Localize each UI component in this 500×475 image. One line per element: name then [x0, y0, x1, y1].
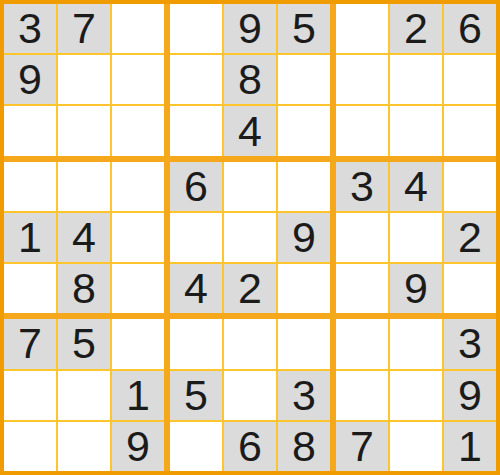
cell-r6c7[interactable] — [336, 264, 388, 313]
cell-r7c5[interactable] — [224, 319, 276, 368]
cell-r7c8[interactable] — [390, 319, 442, 368]
cell-r2c3[interactable] — [112, 55, 164, 104]
cell-r3c7[interactable] — [336, 106, 388, 155]
cell-r7c7[interactable] — [336, 319, 388, 368]
cell-r3c2[interactable] — [58, 106, 110, 155]
cell-r1c2[interactable]: 7 — [58, 4, 110, 53]
cell-r4c1[interactable] — [4, 162, 56, 211]
cell-r2c9[interactable] — [444, 55, 496, 104]
cell-r8c7[interactable] — [336, 371, 388, 420]
cell-r2c6[interactable] — [278, 55, 330, 104]
cell-r5c2[interactable]: 4 — [58, 213, 110, 262]
cell-r3c9[interactable] — [444, 106, 496, 155]
cell-r3c4[interactable] — [170, 106, 222, 155]
cell-r4c7[interactable]: 3 — [336, 162, 388, 211]
cell-r5c4[interactable] — [170, 213, 222, 262]
cell-r6c3[interactable] — [112, 264, 164, 313]
cell-r5c6[interactable]: 9 — [278, 213, 330, 262]
cell-r8c2[interactable] — [58, 371, 110, 420]
cell-r1c6[interactable]: 5 — [278, 4, 330, 53]
cell-r8c1[interactable] — [4, 371, 56, 420]
sudoku-box-1: 379 — [4, 4, 164, 156]
cell-r1c1[interactable]: 3 — [4, 4, 56, 53]
cell-r9c6[interactable]: 8 — [278, 422, 330, 471]
cell-r7c9[interactable]: 3 — [444, 319, 496, 368]
cell-r5c8[interactable] — [390, 213, 442, 262]
cell-r4c9[interactable] — [444, 162, 496, 211]
cell-r1c9[interactable]: 6 — [444, 4, 496, 53]
cell-r9c5[interactable]: 6 — [224, 422, 276, 471]
cell-r7c1[interactable]: 7 — [4, 319, 56, 368]
sudoku-box-6: 3429 — [336, 162, 496, 314]
cell-r9c3[interactable]: 9 — [112, 422, 164, 471]
cell-r1c5[interactable]: 9 — [224, 4, 276, 53]
cell-r6c5[interactable]: 2 — [224, 264, 276, 313]
cell-r9c1[interactable] — [4, 422, 56, 471]
cell-r6c2[interactable]: 8 — [58, 264, 110, 313]
sudoku-box-2: 9584 — [170, 4, 330, 156]
cell-r2c1[interactable]: 9 — [4, 55, 56, 104]
cell-r8c9[interactable]: 9 — [444, 371, 496, 420]
cell-r7c4[interactable] — [170, 319, 222, 368]
sudoku-board: 37995842614869423429751953683971 — [0, 0, 500, 475]
cell-r9c7[interactable]: 7 — [336, 422, 388, 471]
cell-r5c7[interactable] — [336, 213, 388, 262]
sudoku-box-4: 148 — [4, 162, 164, 314]
cell-r5c9[interactable]: 2 — [444, 213, 496, 262]
cell-r2c2[interactable] — [58, 55, 110, 104]
cell-r4c8[interactable]: 4 — [390, 162, 442, 211]
cell-r9c9[interactable]: 1 — [444, 422, 496, 471]
cell-r8c4[interactable]: 5 — [170, 371, 222, 420]
cell-r5c5[interactable] — [224, 213, 276, 262]
cell-r5c1[interactable]: 1 — [4, 213, 56, 262]
cell-r4c4[interactable]: 6 — [170, 162, 222, 211]
sudoku-box-9: 3971 — [336, 319, 496, 471]
cell-r6c1[interactable] — [4, 264, 56, 313]
sudoku-box-3: 26 — [336, 4, 496, 156]
cell-r2c4[interactable] — [170, 55, 222, 104]
cell-r7c2[interactable]: 5 — [58, 319, 110, 368]
cell-r4c2[interactable] — [58, 162, 110, 211]
sudoku-box-7: 7519 — [4, 319, 164, 471]
sudoku-box-5: 6942 — [170, 162, 330, 314]
cell-r8c6[interactable]: 3 — [278, 371, 330, 420]
cell-r2c7[interactable] — [336, 55, 388, 104]
cell-r2c8[interactable] — [390, 55, 442, 104]
cell-r8c5[interactable] — [224, 371, 276, 420]
cell-r6c6[interactable] — [278, 264, 330, 313]
cell-r1c3[interactable] — [112, 4, 164, 53]
cell-r6c4[interactable]: 4 — [170, 264, 222, 313]
cell-r3c1[interactable] — [4, 106, 56, 155]
cell-r1c4[interactable] — [170, 4, 222, 53]
cell-r9c2[interactable] — [58, 422, 110, 471]
cell-r3c8[interactable] — [390, 106, 442, 155]
cell-r3c5[interactable]: 4 — [224, 106, 276, 155]
cell-r2c5[interactable]: 8 — [224, 55, 276, 104]
sudoku-box-8: 5368 — [170, 319, 330, 471]
cell-r4c6[interactable] — [278, 162, 330, 211]
cell-r1c8[interactable]: 2 — [390, 4, 442, 53]
cell-r5c3[interactable] — [112, 213, 164, 262]
cell-r9c8[interactable] — [390, 422, 442, 471]
cell-r4c5[interactable] — [224, 162, 276, 211]
cell-r3c3[interactable] — [112, 106, 164, 155]
cell-r1c7[interactable] — [336, 4, 388, 53]
cell-r8c8[interactable] — [390, 371, 442, 420]
cell-r6c9[interactable] — [444, 264, 496, 313]
cell-r3c6[interactable] — [278, 106, 330, 155]
cell-r6c8[interactable]: 9 — [390, 264, 442, 313]
cell-r9c4[interactable] — [170, 422, 222, 471]
cell-r4c3[interactable] — [112, 162, 164, 211]
cell-r7c3[interactable] — [112, 319, 164, 368]
cell-r7c6[interactable] — [278, 319, 330, 368]
cell-r8c3[interactable]: 1 — [112, 371, 164, 420]
